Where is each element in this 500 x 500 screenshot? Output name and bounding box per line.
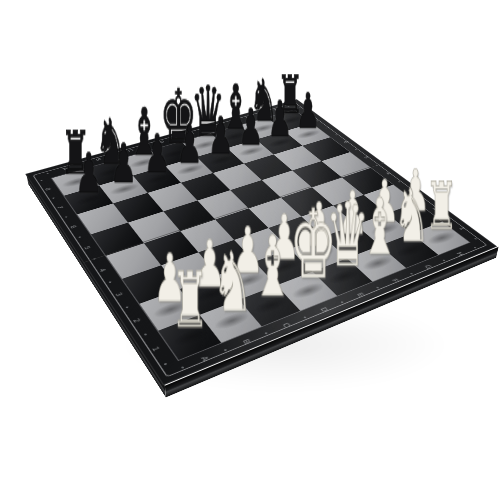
rank-label-left-3: 3 (111, 289, 126, 299)
file-label-near-A: A (196, 353, 213, 366)
piece-black-pawn-e7[interactable]: ♟ (206, 110, 235, 162)
piece-black-pawn-c7[interactable]: ♟ (142, 127, 172, 181)
piece-black-pawn-h7[interactable]: ♟ (294, 87, 321, 136)
rank-label-left-6: 6 (66, 223, 79, 231)
frame-tick-dot (474, 247, 476, 249)
chess-set-photo: AABBCCDDEEFFGGHH1122334455667788♜♞♝♚♛♝♞♜… (0, 0, 500, 500)
frame-tick-dot (475, 238, 477, 240)
file-label-near-H: H (452, 249, 468, 258)
frame-tick-dot (224, 349, 227, 351)
piece-black-pawn-b7[interactable]: ♟ (108, 136, 138, 191)
piece-white-king-d1[interactable]: ♚ (290, 197, 326, 292)
rank-label-left-7: 7 (53, 204, 66, 212)
piece-black-pawn-f7[interactable]: ♟ (237, 102, 265, 153)
file-label-near-G: G (420, 262, 436, 272)
frame-tick-dot (40, 180, 43, 181)
frame-tick-dot (355, 149, 357, 150)
frame-tick-dot (443, 260, 445, 262)
rank-label-left-4: 4 (95, 266, 110, 276)
frame-tick-dot (109, 281, 112, 283)
rank-label-left-5: 5 (80, 243, 94, 252)
piece-black-pawn-d7[interactable]: ♟ (175, 119, 204, 172)
file-label-near-D: D (316, 304, 332, 315)
frame-tick-dot (304, 316, 307, 318)
rank-label-left-2: 2 (128, 315, 144, 326)
frame-tick-dot (52, 198, 55, 199)
frame-tick-dot (181, 367, 184, 369)
piece-white-rook-h1[interactable]: ♜ (425, 174, 458, 240)
rank-label-left-8: 8 (41, 186, 53, 193)
file-label-near-F: F (387, 276, 403, 286)
frame-tick-dot (341, 301, 344, 303)
frame-tick-dot (144, 334, 147, 336)
frame-tick-dot (410, 273, 412, 275)
piece-black-pawn-g7[interactable]: ♟ (266, 94, 294, 144)
frame-tick-dot (46, 173, 49, 174)
file-label-near-E: E (352, 290, 368, 300)
file-label-near-B: B (238, 336, 255, 348)
piece-white-knight-b1[interactable]: ♞ (212, 241, 250, 323)
file-label-near-C: C (278, 320, 295, 331)
piece-white-bishop-c1[interactable]: ♝ (252, 224, 289, 308)
frame-tick-dot (376, 287, 379, 289)
rank-label-left-1: 1 (147, 343, 164, 355)
frame-tick-dot (265, 332, 268, 334)
frame-tick-dot (65, 216, 68, 217)
piece-white-rook-a1[interactable]: ♜ (171, 263, 209, 340)
frame-tick-dot (78, 236, 81, 238)
frame-tick-dot (335, 134, 337, 135)
frame-tick-dot (126, 306, 129, 308)
piece-black-pawn-a7[interactable]: ♟ (73, 146, 104, 202)
frame-tick-dot (164, 363, 167, 365)
